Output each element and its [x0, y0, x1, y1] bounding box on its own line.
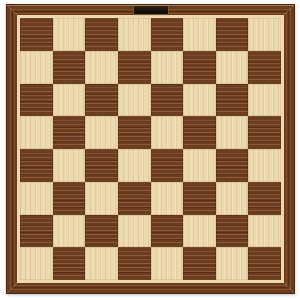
- square-d2[interactable]: [118, 215, 151, 248]
- square-b2[interactable]: [53, 215, 86, 248]
- square-c8[interactable]: [85, 18, 118, 51]
- square-e1[interactable]: [151, 247, 184, 280]
- square-h5[interactable]: [248, 116, 281, 149]
- square-g2[interactable]: [216, 215, 249, 248]
- square-b8[interactable]: [53, 18, 86, 51]
- square-g3[interactable]: [216, 182, 249, 215]
- square-a1[interactable]: [20, 247, 53, 280]
- square-e8[interactable]: [151, 18, 184, 51]
- square-a4[interactable]: [20, 149, 53, 182]
- square-e3[interactable]: [151, 182, 184, 215]
- square-a2[interactable]: [20, 215, 53, 248]
- square-d8[interactable]: [118, 18, 151, 51]
- board-grid: [20, 18, 281, 280]
- square-h1[interactable]: [248, 247, 281, 280]
- square-b1[interactable]: [53, 247, 86, 280]
- square-f2[interactable]: [183, 215, 216, 248]
- square-h2[interactable]: [248, 215, 281, 248]
- square-c6[interactable]: [85, 84, 118, 117]
- square-e7[interactable]: [151, 51, 184, 84]
- square-c1[interactable]: [85, 247, 118, 280]
- square-g4[interactable]: [216, 149, 249, 182]
- square-e6[interactable]: [151, 84, 184, 117]
- square-d7[interactable]: [118, 51, 151, 84]
- square-g1[interactable]: [216, 247, 249, 280]
- square-d4[interactable]: [118, 149, 151, 182]
- square-h3[interactable]: [248, 182, 281, 215]
- square-e5[interactable]: [151, 116, 184, 149]
- square-g5[interactable]: [216, 116, 249, 149]
- square-d1[interactable]: [118, 247, 151, 280]
- square-c3[interactable]: [85, 182, 118, 215]
- square-f8[interactable]: [183, 18, 216, 51]
- square-a8[interactable]: [20, 18, 53, 51]
- square-f7[interactable]: [183, 51, 216, 84]
- square-a5[interactable]: [20, 116, 53, 149]
- square-f3[interactable]: [183, 182, 216, 215]
- square-c2[interactable]: [85, 215, 118, 248]
- square-c7[interactable]: [85, 51, 118, 84]
- square-h6[interactable]: [248, 84, 281, 117]
- square-c5[interactable]: [85, 116, 118, 149]
- chess-board: [6, 4, 295, 294]
- square-b3[interactable]: [53, 182, 86, 215]
- square-h4[interactable]: [248, 149, 281, 182]
- square-f4[interactable]: [183, 149, 216, 182]
- square-e2[interactable]: [151, 215, 184, 248]
- photo-background: [0, 0, 300, 300]
- square-d6[interactable]: [118, 84, 151, 117]
- square-g8[interactable]: [216, 18, 249, 51]
- square-f6[interactable]: [183, 84, 216, 117]
- square-d3[interactable]: [118, 182, 151, 215]
- square-b6[interactable]: [53, 84, 86, 117]
- square-b5[interactable]: [53, 116, 86, 149]
- square-f5[interactable]: [183, 116, 216, 149]
- square-a3[interactable]: [20, 182, 53, 215]
- square-g6[interactable]: [216, 84, 249, 117]
- square-a6[interactable]: [20, 84, 53, 117]
- square-b4[interactable]: [53, 149, 86, 182]
- square-h7[interactable]: [248, 51, 281, 84]
- square-f1[interactable]: [183, 247, 216, 280]
- square-h8[interactable]: [248, 18, 281, 51]
- square-g7[interactable]: [216, 51, 249, 84]
- square-a7[interactable]: [20, 51, 53, 84]
- square-b7[interactable]: [53, 51, 86, 84]
- nameplate-plaque: [133, 5, 169, 15]
- square-d5[interactable]: [118, 116, 151, 149]
- square-c4[interactable]: [85, 149, 118, 182]
- square-e4[interactable]: [151, 149, 184, 182]
